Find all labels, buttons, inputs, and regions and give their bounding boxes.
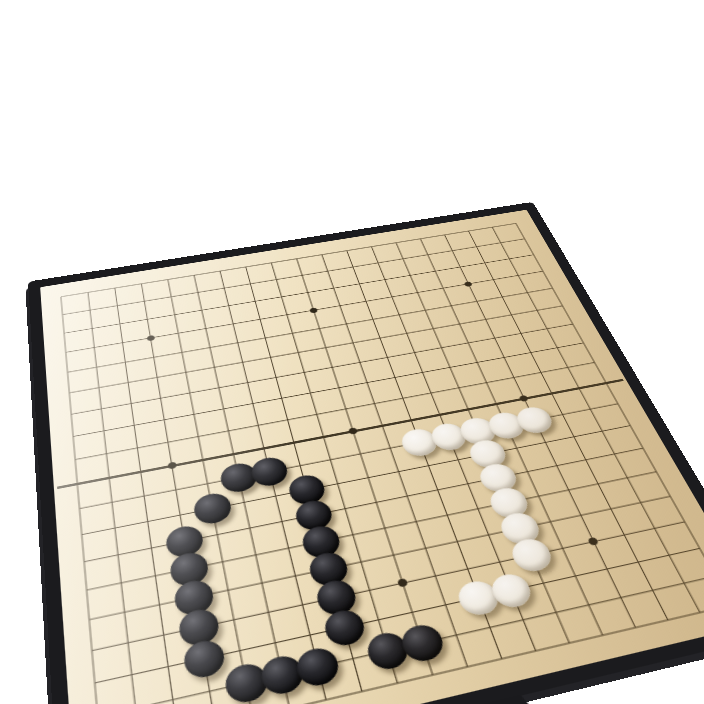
grid-line [62, 239, 524, 315]
scene [0, 0, 704, 704]
grid-lines [61, 223, 704, 704]
grid-line [75, 362, 594, 459]
grid-line [61, 297, 101, 704]
grid-line [61, 223, 516, 296]
grid-line [82, 426, 630, 535]
go-board[interactable] [28, 202, 704, 704]
board-clasp-notch [460, 693, 535, 704]
grid-line [115, 288, 178, 704]
grid[interactable] [61, 223, 704, 704]
board-panel [40, 210, 704, 704]
